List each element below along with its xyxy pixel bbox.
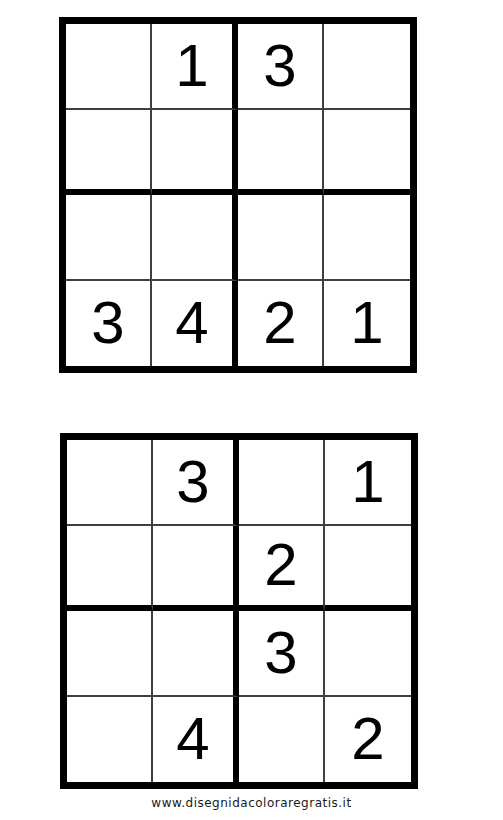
sudoku-cell-r2c4 [324, 110, 410, 196]
sudoku-board-2: 312342 [60, 433, 418, 789]
sudoku-cell-r4c4: 1 [324, 281, 410, 367]
sudoku-cell-r2c1 [67, 526, 153, 612]
sudoku-cell-r4c3 [239, 697, 325, 783]
sudoku-board-1: 133421 [59, 17, 417, 373]
sudoku-cell-r3c2 [152, 195, 238, 281]
sudoku-cell-r2c1 [66, 110, 152, 196]
sudoku-cell-r3c1 [67, 611, 153, 697]
sudoku-cell-r1c3: 3 [238, 24, 324, 110]
sudoku-cell-r4c1 [67, 697, 153, 783]
sudoku-cell-r3c4 [325, 611, 411, 697]
sudoku-cell-r4c4: 2 [325, 697, 411, 783]
watermark-url: www.disegnidacoloraregratis.it [0, 796, 503, 810]
sudoku-cell-r3c1 [66, 195, 152, 281]
sudoku-cell-r3c3 [238, 195, 324, 281]
sudoku-cell-r2c3 [238, 110, 324, 196]
sudoku-cell-r4c1: 3 [66, 281, 152, 367]
sudoku-cell-r1c3 [239, 440, 325, 526]
sudoku-cell-r4c3: 2 [238, 281, 324, 367]
sudoku-cell-r1c4: 1 [325, 440, 411, 526]
sudoku-cell-r1c1 [67, 440, 153, 526]
sudoku-cell-r1c2: 3 [153, 440, 239, 526]
sudoku-cell-r2c2 [153, 526, 239, 612]
sudoku-cell-r3c3: 3 [239, 611, 325, 697]
sudoku-cell-r4c2: 4 [153, 697, 239, 783]
sudoku-cell-r3c2 [153, 611, 239, 697]
sudoku-cell-r1c1 [66, 24, 152, 110]
sudoku-cell-r3c4 [324, 195, 410, 281]
sudoku-cell-r2c4 [325, 526, 411, 612]
sudoku-cell-r2c3: 2 [239, 526, 325, 612]
sudoku-cell-r1c2: 1 [152, 24, 238, 110]
sudoku-cell-r1c4 [324, 24, 410, 110]
sudoku-cell-r2c2 [152, 110, 238, 196]
sudoku-cell-r4c2: 4 [152, 281, 238, 367]
